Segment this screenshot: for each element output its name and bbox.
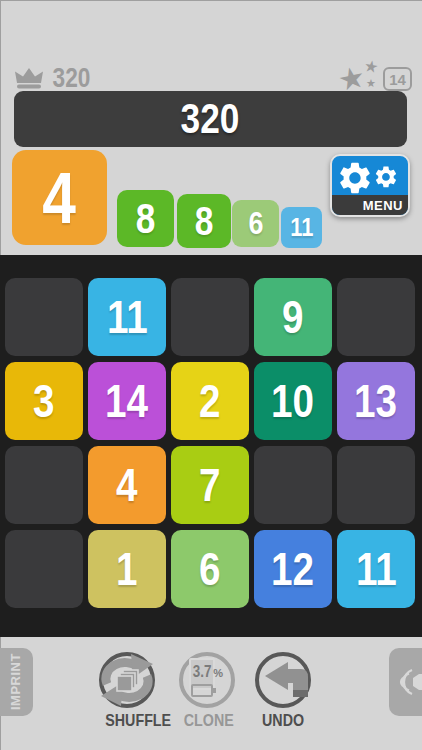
battery-icon	[191, 684, 213, 697]
crown-icon	[13, 67, 45, 91]
game-board: 1193142101347161211	[0, 255, 422, 637]
best-score-value: 320	[53, 63, 91, 94]
queue-tile-preview: 6	[232, 200, 279, 247]
game-screen: 320 ★ ★ ★ 14 320 488611 MENU 11931421013…	[0, 0, 422, 750]
star-icon: ★	[366, 77, 376, 90]
menu-button[interactable]: MENU	[330, 154, 410, 217]
board-tile-9[interactable]: 9	[254, 278, 332, 356]
board-tile-14[interactable]: 14	[88, 362, 166, 440]
clone-button[interactable]: 3.7% CLONE	[179, 652, 235, 731]
board-tile-7[interactable]: 7	[171, 446, 249, 524]
clone-percentage: 3.7%	[183, 663, 231, 681]
gears-icon	[335, 157, 410, 199]
board-tile-6[interactable]: 6	[171, 530, 249, 608]
board-cell-empty[interactable]	[5, 278, 83, 356]
shuffle-label: SHUFFLE	[105, 711, 171, 731]
undo-label: UNDO	[262, 711, 304, 731]
shuffle-button[interactable]: SHUFFLE	[99, 652, 155, 731]
board-tile-11[interactable]: 11	[88, 278, 166, 356]
best-score: 320	[13, 63, 94, 94]
undo-button[interactable]: UNDO	[255, 652, 311, 731]
board-tile-13[interactable]: 13	[337, 362, 415, 440]
clone-label: CLONE	[184, 711, 234, 731]
undo-icon	[261, 662, 313, 702]
menu-label: MENU	[363, 198, 403, 213]
board-tile-11[interactable]: 11	[337, 530, 415, 608]
board-tile-4[interactable]: 4	[88, 446, 166, 524]
board-tile-2[interactable]: 2	[171, 362, 249, 440]
board-cell-empty[interactable]	[337, 278, 415, 356]
level-count: 14	[383, 67, 412, 91]
queue-tile-preview: 8	[177, 194, 231, 248]
board-cell-empty[interactable]	[5, 530, 83, 608]
shuffle-ring	[99, 652, 155, 708]
board-tile-12[interactable]: 12	[254, 530, 332, 608]
board-cell-empty[interactable]	[5, 446, 83, 524]
speaker-icon	[393, 668, 422, 696]
imprint-label: IMPRINT	[0, 648, 30, 716]
queue-tile-preview: 11	[281, 207, 322, 248]
board-cell-empty[interactable]	[171, 278, 249, 356]
board-cell-empty[interactable]	[337, 446, 415, 524]
menu-strip: MENU	[332, 195, 408, 215]
board-tile-1[interactable]: 1	[88, 530, 166, 608]
score-value: 320	[181, 95, 240, 143]
queue-tile-current[interactable]: 4	[12, 150, 107, 245]
star-icon: ★	[362, 56, 379, 77]
shuffle-icon	[95, 650, 159, 710]
board-tile-3[interactable]: 3	[5, 362, 83, 440]
score-bar: 320	[14, 91, 407, 147]
board-tile-10[interactable]: 10	[254, 362, 332, 440]
imprint-tab[interactable]: IMPRINT	[0, 648, 33, 716]
undo-ring	[255, 652, 311, 708]
board-cell-empty[interactable]	[254, 446, 332, 524]
board-grid: 1193142101347161211	[5, 278, 415, 608]
clone-ring: 3.7%	[179, 652, 235, 708]
queue-tile-preview: 8	[117, 190, 174, 247]
sound-tab[interactable]	[389, 648, 422, 716]
